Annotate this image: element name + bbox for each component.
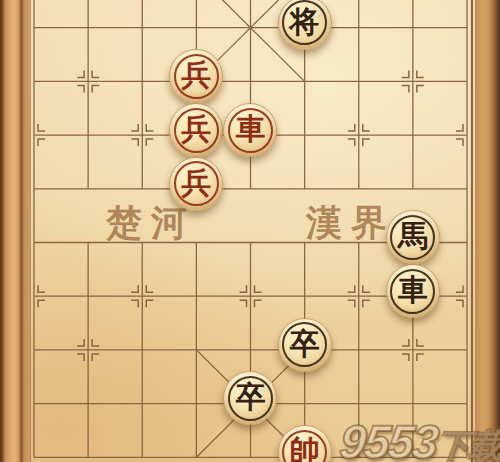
piece-glyph: 兵 (181, 114, 211, 144)
piece-glyph: 馬 (398, 221, 428, 251)
piece-glyph: 兵 (181, 168, 211, 198)
piece-red-soldier-3[interactable]: 兵 (169, 157, 223, 211)
piece-black-horse[interactable]: 馬 (386, 210, 440, 264)
piece-glyph: 車 (235, 114, 265, 144)
piece-glyph: 兵 (181, 60, 211, 90)
piece-red-soldier-2[interactable]: 兵 (169, 103, 223, 157)
piece-black-soldier-2[interactable]: 卒 (223, 371, 277, 425)
piece-black-soldier-1[interactable]: 卒 (278, 318, 332, 372)
pieces-layer: 将兵兵車兵馬車卒卒帥 (7, 0, 494, 462)
watermark-number: 9553 (337, 415, 439, 462)
piece-glyph: 車 (398, 275, 428, 305)
piece-glyph: 卒 (290, 329, 320, 359)
piece-red-general[interactable]: 帥 (278, 425, 332, 462)
piece-black-general[interactable]: 将 (278, 0, 332, 50)
piece-glyph: 卒 (235, 382, 265, 412)
piece-glyph: 将 (290, 7, 320, 37)
piece-red-soldier-1[interactable]: 兵 (169, 49, 223, 103)
watermark: 9553下载 .com (338, 418, 500, 462)
xiangqi-board-screen: 楚河 漢界 将兵兵車兵馬車卒卒帥 9553下载 .com (0, 0, 500, 462)
watermark-suffix: .com (440, 458, 481, 462)
piece-black-chariot[interactable]: 車 (386, 264, 440, 318)
piece-red-chariot[interactable]: 車 (223, 103, 277, 157)
piece-glyph: 帥 (290, 436, 320, 462)
